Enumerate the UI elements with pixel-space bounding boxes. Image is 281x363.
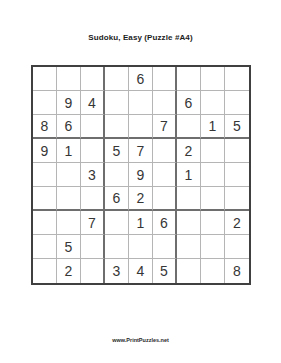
cell-r7c3: 7 — [81, 211, 105, 235]
cell-r8c7 — [177, 235, 201, 259]
cell-r4c8 — [201, 139, 225, 163]
cell-r2c3: 4 — [81, 91, 105, 115]
cell-r5c2 — [57, 163, 81, 187]
cell-r7c8 — [201, 211, 225, 235]
cell-r7c1 — [33, 211, 57, 235]
cell-r7c5: 1 — [129, 211, 153, 235]
cell-r9c9: 8 — [225, 259, 249, 283]
cell-r2c5 — [129, 91, 153, 115]
cell-r9c8 — [201, 259, 225, 283]
cell-r9c4: 3 — [105, 259, 129, 283]
cell-r3c5 — [129, 115, 153, 139]
cell-r8c5 — [129, 235, 153, 259]
cell-r3c2: 6 — [57, 115, 81, 139]
cell-r6c7 — [177, 187, 201, 211]
cell-r3c9: 5 — [225, 115, 249, 139]
cell-r2c9 — [225, 91, 249, 115]
cell-r4c3 — [81, 139, 105, 163]
cell-r6c5: 2 — [129, 187, 153, 211]
cell-r2c4 — [105, 91, 129, 115]
cell-r8c9 — [225, 235, 249, 259]
cell-r7c6: 6 — [153, 211, 177, 235]
cell-r1c5: 6 — [129, 67, 153, 91]
cell-r3c7 — [177, 115, 201, 139]
cell-r1c7 — [177, 67, 201, 91]
cell-r2c2: 9 — [57, 91, 81, 115]
cell-r4c1: 9 — [33, 139, 57, 163]
cell-r5c8 — [201, 163, 225, 187]
cell-r4c2: 1 — [57, 139, 81, 163]
cell-r1c4 — [105, 67, 129, 91]
cell-r6c4: 6 — [105, 187, 129, 211]
cell-r7c4 — [105, 211, 129, 235]
cell-r1c3 — [81, 67, 105, 91]
cell-r1c8 — [201, 67, 225, 91]
cell-r3c3 — [81, 115, 105, 139]
cell-r9c1 — [33, 259, 57, 283]
cell-r6c9 — [225, 187, 249, 211]
cell-r5c9 — [225, 163, 249, 187]
cell-r3c1: 8 — [33, 115, 57, 139]
cell-r2c1 — [33, 91, 57, 115]
cell-r2c7: 6 — [177, 91, 201, 115]
cell-r5c7: 1 — [177, 163, 201, 187]
cell-r1c2 — [57, 67, 81, 91]
cell-r1c9 — [225, 67, 249, 91]
page-title: Sudoku, Easy (Puzzle #A4) — [0, 33, 281, 42]
cell-r4c9 — [225, 139, 249, 163]
cell-r4c4: 5 — [105, 139, 129, 163]
footer-url: www.PrintPuzzles.net — [0, 337, 281, 343]
sudoku-board: 69468671591572391627162523458 — [31, 65, 251, 285]
cell-r1c6 — [153, 67, 177, 91]
cell-r1c1 — [33, 67, 57, 91]
cell-r7c9: 2 — [225, 211, 249, 235]
cell-r6c8 — [201, 187, 225, 211]
cell-r9c5: 4 — [129, 259, 153, 283]
cell-r8c4 — [105, 235, 129, 259]
cell-r8c6 — [153, 235, 177, 259]
cell-r6c2 — [57, 187, 81, 211]
cell-r6c6 — [153, 187, 177, 211]
cell-r8c8 — [201, 235, 225, 259]
cell-r3c4 — [105, 115, 129, 139]
cell-r7c2 — [57, 211, 81, 235]
cell-r9c6: 5 — [153, 259, 177, 283]
cell-r2c6 — [153, 91, 177, 115]
cell-r8c1 — [33, 235, 57, 259]
cell-r5c4 — [105, 163, 129, 187]
cell-r7c7 — [177, 211, 201, 235]
cell-r6c3 — [81, 187, 105, 211]
cell-r4c6 — [153, 139, 177, 163]
cell-r8c3 — [81, 235, 105, 259]
cell-r9c2: 2 — [57, 259, 81, 283]
cell-r5c3: 3 — [81, 163, 105, 187]
cell-r3c8: 1 — [201, 115, 225, 139]
cell-r6c1 — [33, 187, 57, 211]
cell-r4c7: 2 — [177, 139, 201, 163]
cell-r8c2: 5 — [57, 235, 81, 259]
cell-r9c7 — [177, 259, 201, 283]
cell-r3c6: 7 — [153, 115, 177, 139]
cell-r9c3 — [81, 259, 105, 283]
cell-r4c5: 7 — [129, 139, 153, 163]
cell-r5c5: 9 — [129, 163, 153, 187]
cell-r2c8 — [201, 91, 225, 115]
cell-r5c1 — [33, 163, 57, 187]
cell-r5c6 — [153, 163, 177, 187]
